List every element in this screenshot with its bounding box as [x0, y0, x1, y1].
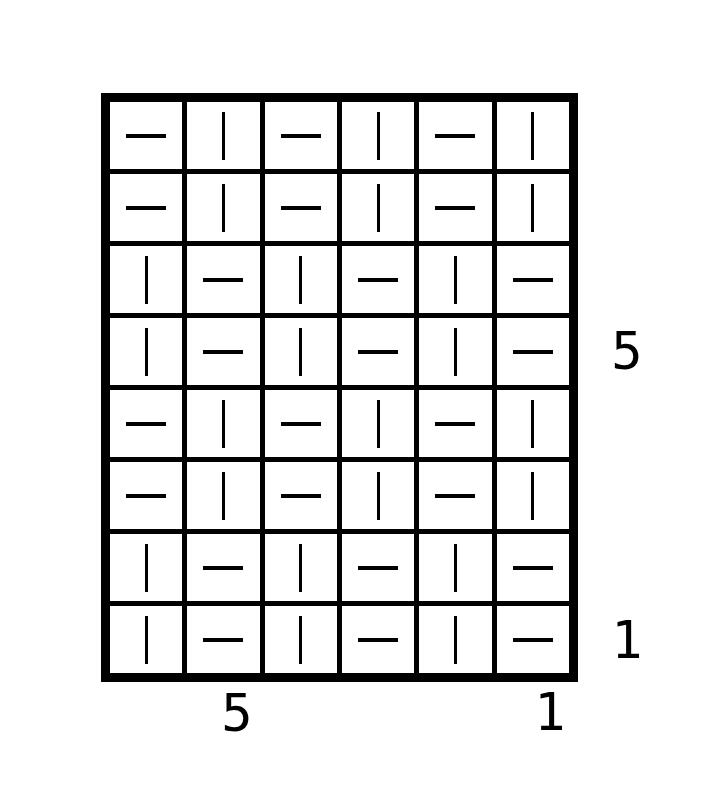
purl-dash-icon [358, 350, 398, 354]
purl-dash-icon [513, 350, 553, 354]
chart-cell [497, 174, 569, 241]
chart-cell [265, 534, 337, 601]
chart-cell [187, 246, 259, 313]
chart-cell [342, 606, 414, 673]
purl-dash-icon [203, 566, 243, 570]
chart-cell [497, 102, 569, 169]
chart-cell [265, 462, 337, 529]
chart-cell [419, 318, 491, 385]
purl-dash-icon [203, 350, 243, 354]
knit-bar-icon [531, 184, 534, 232]
purl-dash-icon [358, 278, 398, 282]
chart-cell [265, 390, 337, 457]
chart-cell [419, 606, 491, 673]
knit-bar-icon [299, 256, 302, 304]
knit-bar-icon [145, 544, 148, 592]
chart-cell [419, 462, 491, 529]
chart-cell [419, 534, 491, 601]
chart-cell [187, 390, 259, 457]
chart-cell [110, 390, 182, 457]
chart-cell [110, 534, 182, 601]
chart-cell [265, 606, 337, 673]
chart-cell [265, 318, 337, 385]
chart-cell [342, 534, 414, 601]
purl-dash-icon [126, 134, 166, 138]
purl-dash-icon [126, 494, 166, 498]
chart-cell [110, 318, 182, 385]
chart-cell [265, 174, 337, 241]
chart-cell [419, 246, 491, 313]
chart-cell [110, 606, 182, 673]
purl-dash-icon [126, 206, 166, 210]
purl-dash-icon [435, 134, 475, 138]
chart-cell [110, 462, 182, 529]
chart-cell [342, 102, 414, 169]
chart-cell [265, 102, 337, 169]
knit-bar-icon [299, 616, 302, 664]
chart-cell [342, 390, 414, 457]
knit-bar-icon [222, 400, 225, 448]
knit-bar-icon [377, 400, 380, 448]
chart-cell [419, 102, 491, 169]
chart-cell [419, 174, 491, 241]
knit-bar-icon [145, 256, 148, 304]
purl-dash-icon [358, 638, 398, 642]
chart-cell [342, 246, 414, 313]
purl-dash-icon [513, 278, 553, 282]
knit-bar-icon [377, 184, 380, 232]
row-label-1: 1 [611, 614, 642, 666]
knit-bar-icon [145, 616, 148, 664]
chart-cell [110, 174, 182, 241]
purl-dash-icon [281, 494, 321, 498]
chart-cell [110, 102, 182, 169]
chart-cell [187, 462, 259, 529]
chart-cell [187, 174, 259, 241]
chart-cell [342, 462, 414, 529]
column-label-5: 5 [221, 687, 252, 739]
chart-cell [110, 246, 182, 313]
purl-dash-icon [435, 494, 475, 498]
chart-cell [497, 318, 569, 385]
knit-bar-icon [454, 544, 457, 592]
row-label-5: 5 [611, 325, 642, 377]
knit-bar-icon [299, 328, 302, 376]
knitting-chart-page: 5 1 5 1 [0, 0, 710, 800]
purl-dash-icon [513, 638, 553, 642]
knit-bar-icon [222, 184, 225, 232]
purl-dash-icon [281, 206, 321, 210]
knit-bar-icon [454, 256, 457, 304]
knit-bar-icon [531, 112, 534, 160]
stitch-chart-grid [101, 93, 578, 682]
purl-dash-icon [203, 638, 243, 642]
chart-cell [497, 462, 569, 529]
chart-cell [187, 606, 259, 673]
purl-dash-icon [281, 422, 321, 426]
knit-bar-icon [454, 616, 457, 664]
purl-dash-icon [281, 134, 321, 138]
purl-dash-icon [358, 566, 398, 570]
chart-cell [497, 390, 569, 457]
chart-cell [342, 318, 414, 385]
purl-dash-icon [203, 278, 243, 282]
purl-dash-icon [513, 566, 553, 570]
knit-bar-icon [299, 544, 302, 592]
chart-cell [497, 534, 569, 601]
knit-bar-icon [454, 328, 457, 376]
chart-cell [187, 318, 259, 385]
knit-bar-icon [531, 400, 534, 448]
knit-bar-icon [377, 472, 380, 520]
column-label-1: 1 [534, 686, 565, 738]
purl-dash-icon [435, 422, 475, 426]
knit-bar-icon [145, 328, 148, 376]
purl-dash-icon [126, 422, 166, 426]
knit-bar-icon [222, 472, 225, 520]
knit-bar-icon [222, 112, 225, 160]
chart-cell [497, 246, 569, 313]
chart-cell [187, 102, 259, 169]
chart-cell [419, 390, 491, 457]
chart-cell [342, 174, 414, 241]
chart-cell [187, 534, 259, 601]
chart-cell [265, 246, 337, 313]
purl-dash-icon [435, 206, 475, 210]
chart-cell [497, 606, 569, 673]
knit-bar-icon [377, 112, 380, 160]
knit-bar-icon [531, 472, 534, 520]
